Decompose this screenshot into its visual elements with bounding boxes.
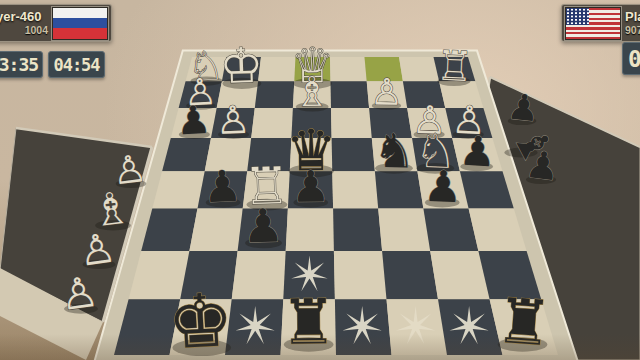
square-d7[interactable] (334, 251, 387, 299)
player-left-rating: 1004 (0, 24, 48, 36)
piece-white-p-c2[interactable]: ♙ (370, 70, 404, 114)
square-g6[interactable] (189, 209, 242, 251)
clock-left-primary: 03:35 (0, 51, 43, 78)
square-e6[interactable] (286, 209, 334, 251)
player-left-name: yer-460 (0, 10, 48, 24)
square-d5[interactable] (332, 171, 378, 208)
player-left-info: yer-460 1004 (0, 10, 48, 36)
flag-canton (566, 8, 589, 25)
player-left-plate: yer-460 1004 (0, 4, 112, 42)
flag-stripe (53, 8, 107, 18)
piece-black-p-a4[interactable]: ♟ (458, 127, 497, 177)
square-d4[interactable] (332, 138, 375, 171)
captured-black-p[interactable]: ♟ (523, 142, 562, 190)
piece-black-r-a8[interactable]: ♜ (494, 284, 555, 360)
square-f7[interactable] (232, 251, 286, 299)
player-right-info: Pla 907 (625, 10, 640, 36)
piece-white-r-a1[interactable]: ♖ (435, 42, 474, 92)
player-right-name: Pla (625, 10, 640, 24)
square-b1[interactable] (399, 57, 439, 81)
piece-black-p-h3[interactable]: ♟ (175, 97, 212, 144)
piece-white-p-g3[interactable]: ♙ (215, 97, 251, 143)
piece-black-r-e8[interactable]: ♜ (280, 285, 336, 359)
player-right-plate: Pla 907 (561, 4, 640, 42)
piece-black-p-g5[interactable]: ♟ (202, 161, 243, 213)
game-screen: ♘♔♕♖♙♗♙♟♙♙♙♛♞♘♟♟♖♟♟♟♚♜♜♙♗♙♙♟♝♟ yer-460 1… (0, 0, 640, 360)
usa-flag-icon (565, 7, 621, 40)
flag-stripe (53, 28, 107, 38)
clock-right: 0 (622, 42, 640, 75)
russia-flag-icon (52, 7, 108, 40)
square-c7[interactable] (382, 251, 438, 299)
square-d2[interactable] (331, 81, 370, 108)
piece-black-p-f6[interactable]: ♟ (242, 198, 285, 253)
square-c6[interactable] (378, 209, 430, 251)
captured-white-p[interactable]: ♙ (57, 267, 101, 321)
square-d1[interactable] (330, 57, 367, 81)
square-d3[interactable] (331, 108, 372, 138)
flag-stripe (53, 18, 107, 28)
clock-left-secondary: 04:54 (48, 51, 105, 78)
piece-white-b-e2[interactable]: ♗ (294, 68, 331, 116)
piece-black-k-g8[interactable]: ♚ (166, 277, 236, 360)
player-right-rating: 907 (625, 24, 640, 36)
piece-black-p-e5[interactable]: ♟ (291, 161, 330, 211)
piece-black-n-c4[interactable]: ♞ (373, 123, 416, 179)
piece-white-k-g1[interactable]: ♔ (219, 37, 264, 94)
square-d6[interactable] (333, 209, 382, 251)
piece-black-p-b5[interactable]: ♟ (422, 161, 463, 213)
